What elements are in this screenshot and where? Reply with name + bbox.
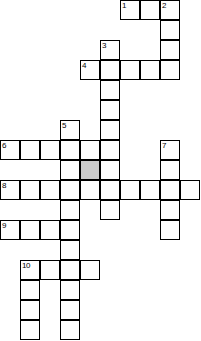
cell-r1c2	[40, 20, 60, 40]
cell-r15c9	[180, 300, 200, 320]
cell-r9c5[interactable]	[100, 180, 120, 200]
cell-r14c6	[120, 280, 140, 300]
cell-r8c3[interactable]	[60, 160, 80, 180]
cell-r4c4	[80, 80, 100, 100]
cell-r10c9	[180, 200, 200, 220]
cell-r2c5[interactable]: 3	[100, 40, 120, 60]
cell-r2c3	[60, 40, 80, 60]
cell-r0c1	[20, 0, 40, 20]
cell-r14c5	[100, 280, 120, 300]
cell-r14c2	[40, 280, 60, 300]
cell-r10c4	[80, 200, 100, 220]
cell-r11c2[interactable]	[40, 220, 60, 240]
cell-r0c7[interactable]	[140, 0, 160, 20]
cell-r0c0	[0, 0, 20, 20]
cell-r4c3	[60, 80, 80, 100]
cell-r9c1[interactable]	[20, 180, 40, 200]
cell-r13c4[interactable]	[80, 260, 100, 280]
cell-r9c6[interactable]	[120, 180, 140, 200]
cell-r11c5	[100, 220, 120, 240]
crossword-grid: 12345678910	[0, 0, 200, 340]
cell-r16c4	[80, 320, 100, 340]
clue-number-2: 2	[162, 1, 166, 10]
cell-r3c6[interactable]	[120, 60, 140, 80]
clue-number-10: 10	[22, 261, 30, 270]
cell-r3c4[interactable]: 4	[80, 60, 100, 80]
cell-r13c1[interactable]: 10	[20, 260, 40, 280]
cell-r10c1	[20, 200, 40, 220]
cell-r15c1[interactable]	[20, 300, 40, 320]
clue-number-5: 5	[62, 121, 66, 130]
cell-r13c5	[100, 260, 120, 280]
cell-r8c6	[120, 160, 140, 180]
cell-r7c7	[140, 140, 160, 160]
cell-r16c5	[100, 320, 120, 340]
cell-r6c5[interactable]	[100, 120, 120, 140]
cell-r13c7	[140, 260, 160, 280]
cell-r5c5[interactable]	[100, 100, 120, 120]
cell-r2c6	[120, 40, 140, 60]
cell-r5c8	[160, 100, 180, 120]
cell-r16c2	[40, 320, 60, 340]
cell-r7c6	[120, 140, 140, 160]
cell-r2c7	[140, 40, 160, 60]
clue-number-8: 8	[2, 181, 6, 190]
cell-r1c8[interactable]	[160, 20, 180, 40]
cell-r12c8	[160, 240, 180, 260]
cell-r10c6	[120, 200, 140, 220]
cell-r14c7	[140, 280, 160, 300]
cell-r15c7	[140, 300, 160, 320]
cell-r6c6	[120, 120, 140, 140]
cell-r5c3	[60, 100, 80, 120]
cell-r6c4	[80, 120, 100, 140]
cell-r4c0	[0, 80, 20, 100]
cell-r6c3[interactable]: 5	[60, 120, 80, 140]
cell-r10c7	[140, 200, 160, 220]
cell-r1c7	[140, 20, 160, 40]
cell-r15c4	[80, 300, 100, 320]
cell-r13c0	[0, 260, 20, 280]
cell-r7c4[interactable]	[80, 140, 100, 160]
cell-r3c1	[20, 60, 40, 80]
cell-r11c0[interactable]: 9	[0, 220, 20, 240]
cell-r16c6	[120, 320, 140, 340]
cell-r0c6[interactable]: 1	[120, 0, 140, 20]
cell-r12c0	[0, 240, 20, 260]
cell-r3c5[interactable]	[100, 60, 120, 80]
cell-r15c6	[120, 300, 140, 320]
clue-number-7: 7	[162, 141, 166, 150]
cell-r10c3[interactable]	[60, 200, 80, 220]
cell-r3c8[interactable]	[160, 60, 180, 80]
cell-r15c0	[0, 300, 20, 320]
cell-r3c2	[40, 60, 60, 80]
cell-r6c2	[40, 120, 60, 140]
cell-r1c4	[80, 20, 100, 40]
cell-r13c9	[180, 260, 200, 280]
cell-r13c8	[160, 260, 180, 280]
cell-r16c1[interactable]	[20, 320, 40, 340]
cell-r2c4	[80, 40, 100, 60]
cell-r14c8	[160, 280, 180, 300]
cell-r8c9	[180, 160, 200, 180]
cell-r16c7	[140, 320, 160, 340]
cell-r16c9	[180, 320, 200, 340]
cell-r11c1[interactable]	[20, 220, 40, 240]
cell-r8c0	[0, 160, 20, 180]
cell-r5c4	[80, 100, 100, 120]
cell-r0c5	[100, 0, 120, 20]
cell-r14c3[interactable]	[60, 280, 80, 300]
cell-r8c4[interactable]	[80, 160, 100, 180]
cell-r11c6	[120, 220, 140, 240]
cell-r5c6	[120, 100, 140, 120]
cell-r9c4[interactable]	[80, 180, 100, 200]
cell-r7c0[interactable]: 6	[0, 140, 20, 160]
cell-r1c3	[60, 20, 80, 40]
cell-r12c2	[40, 240, 60, 260]
cell-r9c8[interactable]	[160, 180, 180, 200]
cell-r9c0[interactable]: 8	[0, 180, 20, 200]
cell-r15c8	[160, 300, 180, 320]
cell-r1c5	[100, 20, 120, 40]
cell-r6c1	[20, 120, 40, 140]
cell-r4c6	[120, 80, 140, 100]
cell-r12c5	[100, 240, 120, 260]
cell-r5c2	[40, 100, 60, 120]
cell-r3c3	[60, 60, 80, 80]
cell-r13c3[interactable]	[60, 260, 80, 280]
cell-r7c9	[180, 140, 200, 160]
cell-r9c7[interactable]	[140, 180, 160, 200]
cell-r2c0	[0, 40, 20, 60]
cell-r14c9	[180, 280, 200, 300]
cell-r2c1	[20, 40, 40, 60]
cell-r13c2[interactable]	[40, 260, 60, 280]
cell-r0c4	[80, 0, 100, 20]
cell-r0c8[interactable]: 2	[160, 0, 180, 20]
cell-r9c3[interactable]	[60, 180, 80, 200]
cell-r12c6	[120, 240, 140, 260]
cell-r15c2	[40, 300, 60, 320]
cell-r9c9[interactable]	[180, 180, 200, 200]
cell-r4c5[interactable]	[100, 80, 120, 100]
cell-r8c8[interactable]	[160, 160, 180, 180]
cell-r0c3	[60, 0, 80, 20]
cell-r12c3[interactable]	[60, 240, 80, 260]
cell-r4c1	[20, 80, 40, 100]
cell-r7c8[interactable]: 7	[160, 140, 180, 160]
cell-r12c4	[80, 240, 100, 260]
cell-r4c8	[160, 80, 180, 100]
cell-r13c6	[120, 260, 140, 280]
cell-r5c9	[180, 100, 200, 120]
cell-r12c9	[180, 240, 200, 260]
cell-r7c2[interactable]	[40, 140, 60, 160]
cell-r16c8	[160, 320, 180, 340]
cell-r11c3[interactable]	[60, 220, 80, 240]
cell-r1c1	[20, 20, 40, 40]
clue-number-4: 4	[82, 61, 86, 70]
cell-r2c2	[40, 40, 60, 60]
cell-r4c9	[180, 80, 200, 100]
cell-r14c0	[0, 280, 20, 300]
cell-r14c1[interactable]	[20, 280, 40, 300]
cell-r6c0	[0, 120, 20, 140]
cell-r15c3[interactable]	[60, 300, 80, 320]
cell-r8c5[interactable]	[100, 160, 120, 180]
cell-r6c9	[180, 120, 200, 140]
cell-r10c5[interactable]	[100, 200, 120, 220]
cell-r10c2	[40, 200, 60, 220]
cell-r1c6	[120, 20, 140, 40]
cell-r0c9	[180, 0, 200, 20]
cell-r5c1	[20, 100, 40, 120]
cell-r3c9	[180, 60, 200, 80]
cell-r10c0	[0, 200, 20, 220]
cell-r5c0	[0, 100, 20, 120]
clue-number-3: 3	[102, 41, 106, 50]
clue-number-9: 9	[2, 221, 6, 230]
cell-r6c8	[160, 120, 180, 140]
cell-r1c0	[0, 20, 20, 40]
cell-r0c2	[40, 0, 60, 20]
cell-r8c7	[140, 160, 160, 180]
cell-r7c3[interactable]	[60, 140, 80, 160]
cell-r16c3[interactable]	[60, 320, 80, 340]
cell-r11c9	[180, 220, 200, 240]
cell-r6c7	[140, 120, 160, 140]
cell-r2c8[interactable]	[160, 40, 180, 60]
cell-r10c8[interactable]	[160, 200, 180, 220]
cell-r15c5	[100, 300, 120, 320]
cell-r11c7	[140, 220, 160, 240]
cell-r2c9	[180, 40, 200, 60]
clue-number-6: 6	[2, 141, 6, 150]
cell-r4c2	[40, 80, 60, 100]
cell-r11c8[interactable]	[160, 220, 180, 240]
crossword-page: 12345678910	[0, 0, 201, 341]
cell-r12c7	[140, 240, 160, 260]
cell-r8c1	[20, 160, 40, 180]
cell-r5c7	[140, 100, 160, 120]
cell-r7c1[interactable]	[20, 140, 40, 160]
cell-r11c4	[80, 220, 100, 240]
cell-r1c9	[180, 20, 200, 40]
cell-r8c2	[40, 160, 60, 180]
clue-number-1: 1	[122, 1, 126, 10]
cell-r4c7	[140, 80, 160, 100]
cell-r12c1	[20, 240, 40, 260]
cell-r3c0	[0, 60, 20, 80]
cell-r3c7[interactable]	[140, 60, 160, 80]
cell-r16c0	[0, 320, 20, 340]
cell-r14c4	[80, 280, 100, 300]
cell-r9c2[interactable]	[40, 180, 60, 200]
cell-r7c5[interactable]	[100, 140, 120, 160]
